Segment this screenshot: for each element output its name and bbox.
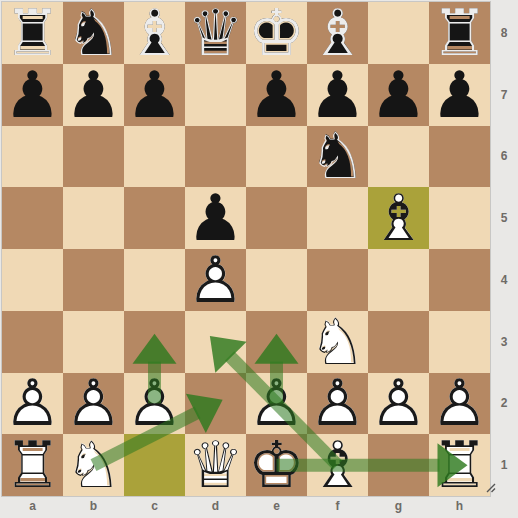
- square-f6[interactable]: ♞♘: [307, 126, 368, 188]
- piece-glyph: ♞: [307, 311, 368, 373]
- piece-glyph: ♙: [2, 373, 63, 435]
- piece-glyph: ♗: [368, 187, 429, 249]
- black-pawn[interactable]: ♟: [185, 187, 246, 249]
- piece-glyph: ♞: [307, 126, 368, 188]
- piece-glyph: ♝: [124, 2, 185, 64]
- resize-handle[interactable]: [484, 481, 497, 494]
- white-rook[interactable]: ♜♖: [2, 434, 63, 496]
- piece-glyph: ♘: [307, 311, 368, 373]
- piece-glyph: ♟: [185, 187, 246, 249]
- square-f5[interactable]: [307, 187, 368, 249]
- piece-glyph: ♗: [307, 2, 368, 64]
- square-f7[interactable]: ♟: [307, 64, 368, 126]
- white-pawn[interactable]: ♟♙: [185, 249, 246, 311]
- square-g1[interactable]: [368, 434, 429, 496]
- piece-glyph: ♖: [429, 2, 490, 64]
- white-knight[interactable]: ♞♘: [307, 311, 368, 373]
- black-pawn[interactable]: ♟: [307, 64, 368, 126]
- black-king[interactable]: ♚♔: [246, 2, 307, 64]
- square-c1[interactable]: [124, 434, 185, 496]
- piece-glyph: ♙: [246, 373, 307, 435]
- white-pawn[interactable]: ♟♙: [368, 373, 429, 435]
- piece-glyph: ♛: [185, 434, 246, 496]
- piece-glyph: ♟: [2, 373, 63, 435]
- file-label-c: c: [124, 496, 185, 516]
- square-c3[interactable]: [124, 311, 185, 373]
- piece-glyph: ♙: [185, 249, 246, 311]
- square-f4[interactable]: [307, 249, 368, 311]
- piece-glyph: ♟: [429, 373, 490, 435]
- white-rook[interactable]: ♜♖: [429, 434, 490, 496]
- rank-coordinates: 87654321: [491, 2, 517, 496]
- piece-glyph: ♝: [307, 2, 368, 64]
- square-h4[interactable]: [429, 249, 490, 311]
- square-b6[interactable]: [63, 126, 124, 188]
- rank-label-3: 3: [491, 311, 517, 373]
- piece-glyph: ♛: [185, 2, 246, 64]
- square-h8[interactable]: ♜♖: [429, 2, 490, 64]
- square-b3[interactable]: [63, 311, 124, 373]
- square-d4[interactable]: ♟♙: [185, 249, 246, 311]
- piece-glyph: ♘: [63, 434, 124, 496]
- black-pawn[interactable]: ♟: [368, 64, 429, 126]
- white-queen[interactable]: ♛♕: [185, 434, 246, 496]
- piece-glyph: ♟: [124, 373, 185, 435]
- square-g2[interactable]: ♟♙: [368, 373, 429, 435]
- piece-glyph: ♜: [429, 434, 490, 496]
- white-pawn[interactable]: ♟♙: [2, 373, 63, 435]
- square-b5[interactable]: [63, 187, 124, 249]
- square-f1[interactable]: ♝♗: [307, 434, 368, 496]
- piece-glyph: ♚: [246, 434, 307, 496]
- square-d6[interactable]: [185, 126, 246, 188]
- black-bishop[interactable]: ♝♗: [124, 2, 185, 64]
- black-pawn[interactable]: ♟: [429, 64, 490, 126]
- white-pawn[interactable]: ♟♙: [429, 373, 490, 435]
- square-c2[interactable]: ♟♙: [124, 373, 185, 435]
- piece-glyph: ♜: [2, 2, 63, 64]
- square-h1[interactable]: ♜♖: [429, 434, 490, 496]
- piece-glyph: ♙: [63, 373, 124, 435]
- piece-glyph: ♟: [185, 249, 246, 311]
- square-a3[interactable]: [2, 311, 63, 373]
- piece-glyph: ♜: [2, 434, 63, 496]
- rank-label-6: 6: [491, 126, 517, 188]
- piece-glyph: ♟: [63, 64, 124, 126]
- square-f2[interactable]: ♟♙: [307, 373, 368, 435]
- file-label-g: g: [368, 496, 429, 516]
- square-h3[interactable]: [429, 311, 490, 373]
- square-b2[interactable]: ♟♙: [63, 373, 124, 435]
- white-pawn[interactable]: ♟♙: [124, 373, 185, 435]
- square-b7[interactable]: ♟: [63, 64, 124, 126]
- piece-glyph: ♟: [2, 64, 63, 126]
- black-pawn[interactable]: ♟: [2, 64, 63, 126]
- piece-glyph: ♟: [368, 373, 429, 435]
- rank-label-4: 4: [491, 249, 517, 311]
- square-a2[interactable]: ♟♙: [2, 373, 63, 435]
- white-knight[interactable]: ♞♘: [63, 434, 124, 496]
- rank-label-5: 5: [491, 187, 517, 249]
- piece-glyph: ♔: [246, 434, 307, 496]
- square-h7[interactable]: ♟: [429, 64, 490, 126]
- white-pawn[interactable]: ♟♙: [246, 373, 307, 435]
- square-c5[interactable]: [124, 187, 185, 249]
- piece-glyph: ♖: [2, 2, 63, 64]
- white-bishop[interactable]: ♝♗: [368, 187, 429, 249]
- rank-label-8: 8: [491, 2, 517, 64]
- black-knight[interactable]: ♞♘: [63, 2, 124, 64]
- square-f3[interactable]: ♞♘: [307, 311, 368, 373]
- square-c8[interactable]: ♝♗: [124, 2, 185, 64]
- square-h2[interactable]: ♟♙: [429, 373, 490, 435]
- black-pawn[interactable]: ♟: [124, 64, 185, 126]
- piece-glyph: ♕: [185, 434, 246, 496]
- piece-glyph: ♝: [368, 187, 429, 249]
- square-h5[interactable]: [429, 187, 490, 249]
- square-e7[interactable]: ♟: [246, 64, 307, 126]
- file-label-f: f: [307, 496, 368, 516]
- square-g7[interactable]: ♟: [368, 64, 429, 126]
- piece-glyph: ♟: [246, 64, 307, 126]
- file-label-a: a: [2, 496, 63, 516]
- square-a6[interactable]: [2, 126, 63, 188]
- white-pawn[interactable]: ♟♙: [307, 373, 368, 435]
- square-f8[interactable]: ♝♗: [307, 2, 368, 64]
- square-b1[interactable]: ♞♘: [63, 434, 124, 496]
- square-d5[interactable]: ♟: [185, 187, 246, 249]
- square-d3[interactable]: [185, 311, 246, 373]
- square-e6[interactable]: [246, 126, 307, 188]
- piece-glyph: ♚: [246, 2, 307, 64]
- file-label-e: e: [246, 496, 307, 516]
- square-c4[interactable]: [124, 249, 185, 311]
- file-coordinates: abcdefgh: [2, 496, 490, 516]
- piece-glyph: ♞: [63, 2, 124, 64]
- piece-glyph: ♙: [368, 373, 429, 435]
- square-b8[interactable]: ♞♘: [63, 2, 124, 64]
- piece-glyph: ♟: [368, 64, 429, 126]
- black-rook[interactable]: ♜♖: [429, 2, 490, 64]
- square-a7[interactable]: ♟: [2, 64, 63, 126]
- square-b4[interactable]: [63, 249, 124, 311]
- square-e8[interactable]: ♚♔: [246, 2, 307, 64]
- square-d7[interactable]: [185, 64, 246, 126]
- piece-glyph: ♜: [429, 2, 490, 64]
- piece-glyph: ♙: [429, 373, 490, 435]
- piece-glyph: ♗: [307, 434, 368, 496]
- chess-board[interactable]: ♜♖♞♘♝♗♛♕♚♔♝♗♜♖♟♟♟♟♟♟♟♞♘♟♝♗♟♙♞♘♟♙♟♙♟♙♟♙♟♙…: [2, 2, 490, 496]
- black-pawn[interactable]: ♟: [246, 64, 307, 126]
- square-c6[interactable]: [124, 126, 185, 188]
- square-e4[interactable]: [246, 249, 307, 311]
- piece-glyph: ♟: [246, 373, 307, 435]
- square-a8[interactable]: ♜♖: [2, 2, 63, 64]
- piece-glyph: ♕: [185, 2, 246, 64]
- black-queen[interactable]: ♛♕: [185, 2, 246, 64]
- piece-glyph: ♟: [307, 64, 368, 126]
- black-rook[interactable]: ♜♖: [2, 2, 63, 64]
- square-a1[interactable]: ♜♖: [2, 434, 63, 496]
- square-c7[interactable]: ♟: [124, 64, 185, 126]
- square-g4[interactable]: [368, 249, 429, 311]
- square-h6[interactable]: [429, 126, 490, 188]
- square-g6[interactable]: [368, 126, 429, 188]
- piece-glyph: ♙: [124, 373, 185, 435]
- piece-glyph: ♟: [124, 64, 185, 126]
- square-g5[interactable]: ♝♗: [368, 187, 429, 249]
- square-g8[interactable]: [368, 2, 429, 64]
- square-d2[interactable]: [185, 373, 246, 435]
- square-e3[interactable]: [246, 311, 307, 373]
- black-bishop[interactable]: ♝♗: [307, 2, 368, 64]
- piece-glyph: ♞: [63, 434, 124, 496]
- file-label-b: b: [63, 496, 124, 516]
- piece-glyph: ♗: [124, 2, 185, 64]
- piece-glyph: ♘: [63, 2, 124, 64]
- square-e2[interactable]: ♟♙: [246, 373, 307, 435]
- square-d8[interactable]: ♛♕: [185, 2, 246, 64]
- rank-label-2: 2: [491, 373, 517, 435]
- black-knight[interactable]: ♞♘: [307, 126, 368, 188]
- piece-glyph: ♟: [63, 373, 124, 435]
- white-king[interactable]: ♚♔: [246, 434, 307, 496]
- piece-glyph: ♟: [429, 64, 490, 126]
- square-d1[interactable]: ♛♕: [185, 434, 246, 496]
- square-e5[interactable]: [246, 187, 307, 249]
- piece-glyph: ♝: [307, 434, 368, 496]
- piece-glyph: ♙: [307, 373, 368, 435]
- white-bishop[interactable]: ♝♗: [307, 434, 368, 496]
- piece-glyph: ♟: [307, 373, 368, 435]
- piece-glyph: ♔: [246, 2, 307, 64]
- square-g3[interactable]: [368, 311, 429, 373]
- black-pawn[interactable]: ♟: [63, 64, 124, 126]
- white-pawn[interactable]: ♟♙: [63, 373, 124, 435]
- square-a4[interactable]: [2, 249, 63, 311]
- rank-label-7: 7: [491, 64, 517, 126]
- piece-glyph: ♘: [307, 126, 368, 188]
- square-e1[interactable]: ♚♔: [246, 434, 307, 496]
- piece-glyph: ♖: [2, 434, 63, 496]
- piece-glyph: ♖: [429, 434, 490, 496]
- file-label-d: d: [185, 496, 246, 516]
- square-a5[interactable]: [2, 187, 63, 249]
- file-label-h: h: [429, 496, 490, 516]
